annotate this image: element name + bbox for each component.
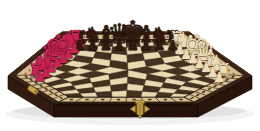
piece-natural-bishop-1: ♝	[180, 33, 201, 56]
piece-red-queen-1: ♛	[41, 39, 65, 66]
piece-dark-bishop-2: ♝	[136, 23, 157, 46]
piece-dark-pawn-2: ♟	[86, 38, 99, 52]
piece-natural-rook-2: ♜	[215, 60, 231, 78]
piece-red-pawn-7: ♟	[68, 41, 81, 55]
piece-red-pawn-1: ♟	[34, 69, 47, 83]
product-photo: ♜♟♞♟♝♟♛♟♚♟♝♟♞♟♜♟♜♟♞♟♝♟♛♟♚♟♝♟♞♟♜♟♜♟♞♟♝♟♚♟…	[0, 0, 260, 131]
piece-natural-pawn-3: ♟	[180, 46, 193, 60]
piece-red-pawn-5: ♟	[57, 51, 70, 65]
piece-red-pawn-3: ♟	[45, 60, 58, 74]
piece-natural-knight-2: ♞	[207, 53, 226, 74]
piece-natural-rook-1: ♜	[169, 28, 185, 46]
piece-dark-pawn-3: ♟	[100, 38, 113, 52]
piece-dark-rook-2: ♜	[165, 27, 181, 45]
piece-dark-pawn-6: ♟	[140, 38, 153, 52]
piece-dark-king-1: ♚	[119, 17, 146, 47]
piece-natural-pawn-4: ♟	[187, 51, 200, 65]
piece-dark-pawn-8: ♟	[166, 38, 179, 52]
piece-red-pawn-6: ♟	[62, 46, 75, 60]
piece-natural-pawn-7: ♟	[207, 65, 220, 79]
piece-natural-queen-1: ♛	[191, 39, 215, 66]
piece-natural-pawn-8: ♟	[213, 70, 226, 84]
piece-natural-king-1: ♚	[184, 31, 211, 61]
piece-dark-knight-2: ♞	[150, 25, 169, 46]
piece-natural-knight-1: ♞	[174, 30, 193, 51]
piece-red-pawn-2: ♟	[39, 64, 52, 78]
piece-red-pawn-8: ♟	[74, 37, 87, 51]
piece-dark-queen-1: ♛	[107, 19, 131, 46]
piece-red-rook-2: ♜	[67, 28, 83, 46]
piece-red-king-1: ♚	[45, 31, 72, 61]
piece-red-pawn-4: ♟	[51, 55, 64, 69]
piece-natural-pawn-1: ♟	[167, 37, 180, 51]
piece-dark-pawn-5: ♟	[126, 38, 139, 52]
piece-dark-rook-1: ♜	[71, 27, 87, 45]
pieces-layer: ♜♟♞♟♝♟♛♟♚♟♝♟♞♟♜♟♜♟♞♟♝♟♛♟♚♟♝♟♞♟♜♟♜♟♞♟♝♟♚♟…	[0, 0, 260, 131]
piece-natural-pawn-6: ♟	[200, 60, 213, 74]
piece-red-bishop-1: ♝	[37, 47, 58, 70]
piece-red-knight-2: ♞	[60, 30, 79, 51]
piece-dark-pawn-1: ♟	[73, 38, 86, 52]
piece-dark-bishop-1: ♝	[96, 23, 117, 46]
piece-natural-pawn-2: ♟	[173, 42, 186, 56]
piece-dark-pawn-7: ♟	[153, 38, 166, 52]
piece-red-knight-1: ♞	[32, 53, 51, 74]
piece-red-rook-1: ♜	[28, 60, 44, 78]
piece-natural-bishop-2: ♝	[200, 47, 221, 70]
piece-dark-pawn-4: ♟	[113, 38, 126, 52]
piece-dark-knight-1: ♞	[83, 25, 102, 46]
piece-natural-pawn-5: ♟	[193, 56, 206, 70]
piece-red-bishop-2: ♝	[54, 33, 75, 56]
